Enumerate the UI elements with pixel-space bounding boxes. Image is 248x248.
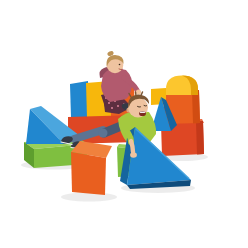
boy-eye-right xyxy=(144,106,147,107)
boy-teeth xyxy=(140,111,145,113)
dot xyxy=(108,102,110,104)
girl-hand xyxy=(136,89,141,94)
boy-knee xyxy=(99,129,108,138)
shadow-front-cube xyxy=(61,193,117,202)
front-cube-front xyxy=(71,152,106,195)
product-photo xyxy=(0,0,248,248)
tower-red-cube-side xyxy=(196,121,204,155)
girl-eye xyxy=(119,64,121,66)
dot xyxy=(117,105,119,107)
boy-forearm xyxy=(131,141,133,152)
tower-orange-cube-side xyxy=(192,90,200,124)
boy-hand xyxy=(130,152,137,157)
dot xyxy=(111,107,113,109)
foam-blocks-scene xyxy=(0,0,248,248)
